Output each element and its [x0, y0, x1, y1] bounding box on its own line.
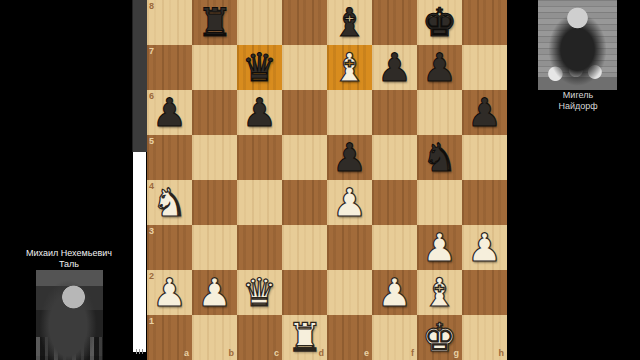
square-e4[interactable]: ♟ [327, 180, 372, 225]
square-e7[interactable]: ♝ [327, 45, 372, 90]
file-label-a: a [184, 349, 189, 358]
black-knight-piece[interactable]: ♞ [417, 135, 462, 180]
file-label-e: e [364, 349, 369, 358]
square-c4[interactable] [237, 180, 282, 225]
square-c8[interactable] [237, 0, 282, 45]
square-c1[interactable]: c [237, 315, 282, 360]
square-e1[interactable]: e [327, 315, 372, 360]
rank-label-3: 3 [149, 227, 154, 236]
square-h2[interactable] [462, 270, 507, 315]
black-pawn-piece[interactable]: ♟ [372, 45, 417, 90]
white-player-name-line2: Таль [4, 259, 134, 270]
scrollbar-end-marks-icon [136, 349, 144, 354]
white-bishop-piece[interactable]: ♝ [327, 45, 372, 90]
white-player-name-line1: Михаил Нехемьевич [4, 248, 134, 259]
square-f7[interactable]: ♟ [372, 45, 417, 90]
move-list-scrollbar [131, 0, 147, 360]
najdorf-portrait [538, 0, 617, 90]
square-b3[interactable] [192, 225, 237, 270]
file-label-f: f [411, 349, 414, 358]
square-a6[interactable]: ♟6 [147, 90, 192, 135]
square-h3[interactable]: ♟ [462, 225, 507, 270]
square-g6[interactable] [417, 90, 462, 135]
rank-label-7: 7 [149, 47, 154, 56]
square-e5[interactable]: ♟ [327, 135, 372, 180]
white-player-name: Михаил Нехемьевич Таль [4, 248, 134, 270]
scrollbar-thumb[interactable] [132, 0, 147, 152]
file-label-d: d [319, 349, 325, 358]
black-player-name-line2: Найдорф [528, 101, 628, 112]
square-d3[interactable] [282, 225, 327, 270]
rank-label-6: 6 [149, 92, 154, 101]
black-pawn-piece[interactable]: ♟ [462, 90, 507, 135]
square-a5[interactable]: 5 [147, 135, 192, 180]
square-f3[interactable] [372, 225, 417, 270]
video-frame: 8♜♝♚7♛♝♟♟♟6♟♟5♟♞♞4♟3♟♟♟2♟♛♟♝1abc♜def♚gh … [0, 0, 640, 360]
square-g7[interactable]: ♟ [417, 45, 462, 90]
square-g5[interactable]: ♞ [417, 135, 462, 180]
file-label-c: c [274, 349, 279, 358]
square-f6[interactable] [372, 90, 417, 135]
square-c3[interactable] [237, 225, 282, 270]
square-c6[interactable]: ♟ [237, 90, 282, 135]
square-d8[interactable] [282, 0, 327, 45]
square-c7[interactable]: ♛ [237, 45, 282, 90]
square-f5[interactable] [372, 135, 417, 180]
square-a8[interactable]: 8 [147, 0, 192, 45]
square-g3[interactable]: ♟ [417, 225, 462, 270]
square-d5[interactable] [282, 135, 327, 180]
black-rook-piece[interactable]: ♜ [192, 0, 237, 45]
square-b5[interactable] [192, 135, 237, 180]
rank-label-1: 1 [149, 317, 154, 326]
square-h7[interactable] [462, 45, 507, 90]
rank-label-5: 5 [149, 137, 154, 146]
square-a3[interactable]: 3 [147, 225, 192, 270]
square-b6[interactable] [192, 90, 237, 135]
rank-label-8: 8 [149, 2, 154, 11]
white-pawn-piece[interactable]: ♟ [372, 270, 417, 315]
white-pawn-piece[interactable]: ♟ [327, 180, 372, 225]
square-d4[interactable] [282, 180, 327, 225]
square-c2[interactable]: ♛ [237, 270, 282, 315]
white-pawn-piece[interactable]: ♟ [462, 225, 507, 270]
rank-label-4: 4 [149, 182, 154, 191]
square-h8[interactable] [462, 0, 507, 45]
black-pawn-piece[interactable]: ♟ [237, 90, 282, 135]
black-bishop-piece[interactable]: ♝ [327, 0, 372, 45]
square-h1[interactable]: h [462, 315, 507, 360]
black-pawn-piece[interactable]: ♟ [327, 135, 372, 180]
square-e8[interactable]: ♝ [327, 0, 372, 45]
square-h4[interactable] [462, 180, 507, 225]
square-b2[interactable]: ♟ [192, 270, 237, 315]
square-b8[interactable]: ♜ [192, 0, 237, 45]
file-label-g: g [454, 349, 460, 358]
white-bishop-piece[interactable]: ♝ [417, 270, 462, 315]
file-label-b: b [229, 349, 235, 358]
scrollbar-track[interactable] [133, 152, 146, 352]
rank-label-2: 2 [149, 272, 154, 281]
white-pawn-piece[interactable]: ♟ [417, 225, 462, 270]
square-a2[interactable]: ♟2 [147, 270, 192, 315]
black-player-name-line1: Мигель [528, 90, 628, 101]
square-b7[interactable] [192, 45, 237, 90]
tal-portrait [36, 270, 103, 360]
square-d1[interactable]: ♜d [282, 315, 327, 360]
square-g8[interactable]: ♚ [417, 0, 462, 45]
chess-board: 8♜♝♚7♛♝♟♟♟6♟♟5♟♞♞4♟3♟♟♟2♟♛♟♝1abc♜def♚gh [147, 0, 507, 360]
square-a4[interactable]: ♞4 [147, 180, 192, 225]
square-a7[interactable]: 7 [147, 45, 192, 90]
square-f1[interactable]: f [372, 315, 417, 360]
square-e3[interactable] [327, 225, 372, 270]
black-pawn-piece[interactable]: ♟ [417, 45, 462, 90]
white-pawn-piece[interactable]: ♟ [192, 270, 237, 315]
square-b4[interactable] [192, 180, 237, 225]
square-d6[interactable] [282, 90, 327, 135]
square-b1[interactable]: b [192, 315, 237, 360]
square-d2[interactable] [282, 270, 327, 315]
square-h5[interactable] [462, 135, 507, 180]
square-a1[interactable]: 1a [147, 315, 192, 360]
file-label-h: h [499, 349, 505, 358]
black-king-piece[interactable]: ♚ [417, 0, 462, 45]
square-g2[interactable]: ♝ [417, 270, 462, 315]
square-c5[interactable] [237, 135, 282, 180]
square-f2[interactable]: ♟ [372, 270, 417, 315]
square-f4[interactable] [372, 180, 417, 225]
square-g1[interactable]: ♚g [417, 315, 462, 360]
black-queen-piece[interactable]: ♛ [237, 45, 282, 90]
black-player-name: Мигель Найдорф [528, 90, 628, 112]
square-e2[interactable] [327, 270, 372, 315]
square-f8[interactable] [372, 0, 417, 45]
square-d7[interactable] [282, 45, 327, 90]
square-h6[interactable]: ♟ [462, 90, 507, 135]
square-e6[interactable] [327, 90, 372, 135]
square-g4[interactable] [417, 180, 462, 225]
white-queen-piece[interactable]: ♛ [237, 270, 282, 315]
